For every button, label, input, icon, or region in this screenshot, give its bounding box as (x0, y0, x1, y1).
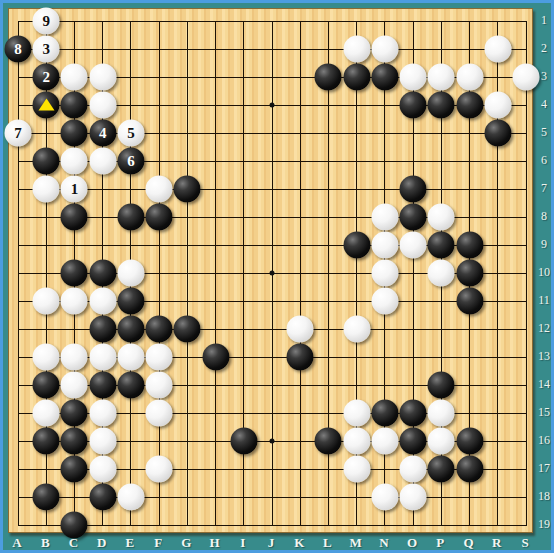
go-client-window: 983274561 ABCDEFGHIJKLMNOPQRS 1234567891… (0, 0, 554, 553)
move-number-label: 3 (42, 42, 50, 57)
black-stone-D12[interactable] (89, 316, 116, 343)
white-stone-B13[interactable] (33, 344, 60, 371)
black-stone-C15[interactable] (61, 400, 88, 427)
black-stone-N3[interactable] (371, 64, 398, 91)
black-stone-E14[interactable] (117, 372, 144, 399)
row-label-14: 14 (538, 378, 550, 390)
column-label-S: S (521, 536, 528, 549)
white-stone-N9[interactable] (371, 232, 398, 259)
black-stone-E12[interactable] (117, 316, 144, 343)
black-stone-G7[interactable] (174, 176, 201, 203)
row-label-13: 13 (538, 350, 550, 362)
white-stone-C3[interactable] (61, 64, 88, 91)
column-label-F: F (154, 536, 162, 549)
white-stone-F7[interactable] (146, 176, 173, 203)
row-label-3: 3 (541, 70, 547, 82)
black-stone-M9[interactable] (343, 232, 370, 259)
white-stone-D3[interactable] (89, 64, 116, 91)
column-label-M: M (350, 536, 362, 549)
grid-vertical-line (215, 21, 216, 526)
black-stone-F12[interactable] (146, 316, 173, 343)
white-stone-R4[interactable] (484, 92, 511, 119)
row-label-7: 7 (541, 182, 547, 194)
grid-vertical-line (187, 21, 188, 526)
move-number-label: 8 (14, 42, 22, 57)
column-label-B: B (41, 536, 50, 549)
black-stone-E11[interactable] (117, 288, 144, 315)
column-label-D: D (97, 536, 106, 549)
black-stone-C16[interactable] (61, 428, 88, 455)
white-stone-M16[interactable] (343, 428, 370, 455)
white-stone-A5[interactable]: 7 (5, 120, 32, 147)
white-stone-N16[interactable] (371, 428, 398, 455)
star-point (270, 271, 275, 276)
goban[interactable]: 983274561 (8, 8, 533, 533)
row-label-17: 17 (538, 462, 550, 474)
row-label-16: 16 (538, 434, 550, 446)
white-stone-D13[interactable] (89, 344, 116, 371)
white-stone-O17[interactable] (400, 456, 427, 483)
column-label-J: J (268, 536, 275, 549)
grid-vertical-line (159, 21, 160, 526)
white-stone-P16[interactable] (428, 428, 455, 455)
white-stone-C6[interactable] (61, 148, 88, 175)
white-stone-F17[interactable] (146, 456, 173, 483)
white-stone-C13[interactable] (61, 344, 88, 371)
black-stone-D5[interactable]: 4 (89, 120, 116, 147)
black-stone-O4[interactable] (400, 92, 427, 119)
white-stone-K12[interactable] (287, 316, 314, 343)
white-stone-S3[interactable] (513, 64, 540, 91)
black-stone-C4[interactable] (61, 92, 88, 119)
row-label-15: 15 (538, 406, 550, 418)
black-stone-R5[interactable] (484, 120, 511, 147)
black-stone-B3[interactable]: 2 (33, 64, 60, 91)
row-label-10: 10 (538, 266, 550, 278)
grid-vertical-line (300, 21, 301, 526)
row-label-2: 2 (541, 42, 547, 54)
row-label-11: 11 (538, 294, 550, 306)
black-stone-P17[interactable] (428, 456, 455, 483)
white-stone-D17[interactable] (89, 456, 116, 483)
black-stone-P9[interactable] (428, 232, 455, 259)
white-stone-M17[interactable] (343, 456, 370, 483)
white-stone-B2[interactable]: 3 (33, 36, 60, 63)
black-stone-Q9[interactable] (456, 232, 483, 259)
move-number-label: 7 (14, 126, 22, 141)
grid-vertical-line (526, 21, 527, 526)
move-number-label: 4 (99, 126, 107, 141)
white-stone-M12[interactable] (343, 316, 370, 343)
black-stone-C8[interactable] (61, 204, 88, 231)
white-stone-C11[interactable] (61, 288, 88, 315)
white-stone-E5[interactable]: 5 (117, 120, 144, 147)
black-stone-B4[interactable] (33, 92, 60, 119)
black-stone-Q17[interactable] (456, 456, 483, 483)
row-label-19: 19 (538, 518, 550, 530)
row-label-5: 5 (541, 126, 547, 138)
black-stone-Q11[interactable] (456, 288, 483, 315)
white-stone-N8[interactable] (371, 204, 398, 231)
column-label-G: G (181, 536, 191, 549)
white-stone-E10[interactable] (117, 260, 144, 287)
column-label-Q: Q (463, 536, 473, 549)
white-stone-N10[interactable] (371, 260, 398, 287)
black-stone-I16[interactable] (230, 428, 257, 455)
white-stone-P15[interactable] (428, 400, 455, 427)
white-stone-B15[interactable] (33, 400, 60, 427)
move-number-label: 2 (42, 70, 50, 85)
row-label-18: 18 (538, 490, 550, 502)
move-number-label: 6 (127, 154, 135, 169)
black-stone-H13[interactable] (202, 344, 229, 371)
white-stone-E18[interactable] (117, 484, 144, 511)
grid-horizontal-line (18, 525, 527, 526)
column-label-H: H (209, 536, 219, 549)
column-label-N: N (379, 536, 388, 549)
grid-horizontal-line (18, 21, 527, 22)
grid-vertical-line (18, 21, 19, 526)
white-stone-D15[interactable] (89, 400, 116, 427)
grid-horizontal-line (18, 189, 527, 190)
star-point (270, 103, 275, 108)
black-stone-Q16[interactable] (456, 428, 483, 455)
black-stone-C10[interactable] (61, 260, 88, 287)
black-stone-Q10[interactable] (456, 260, 483, 287)
white-stone-B1[interactable]: 9 (33, 8, 60, 35)
move-number-label: 9 (42, 14, 50, 29)
white-stone-M15[interactable] (343, 400, 370, 427)
white-stone-E13[interactable] (117, 344, 144, 371)
black-stone-B18[interactable] (33, 484, 60, 511)
black-stone-D14[interactable] (89, 372, 116, 399)
triangle-marker-icon (38, 98, 54, 110)
row-label-4: 4 (541, 98, 547, 110)
black-stone-B6[interactable] (33, 148, 60, 175)
black-stone-F8[interactable] (146, 204, 173, 231)
white-stone-B7[interactable] (33, 176, 60, 203)
black-stone-N15[interactable] (371, 400, 398, 427)
white-stone-D16[interactable] (89, 428, 116, 455)
white-stone-D4[interactable] (89, 92, 116, 119)
black-stone-D10[interactable] (89, 260, 116, 287)
black-stone-B16[interactable] (33, 428, 60, 455)
black-stone-P4[interactable] (428, 92, 455, 119)
black-stone-Q4[interactable] (456, 92, 483, 119)
white-stone-C14[interactable] (61, 372, 88, 399)
white-stone-O9[interactable] (400, 232, 427, 259)
column-label-C: C (69, 536, 78, 549)
column-label-A: A (12, 536, 21, 549)
column-label-K: K (294, 536, 304, 549)
black-stone-O8[interactable] (400, 204, 427, 231)
white-stone-C7[interactable]: 1 (61, 176, 88, 203)
black-stone-E8[interactable] (117, 204, 144, 231)
black-stone-L3[interactable] (315, 64, 342, 91)
white-stone-R2[interactable] (484, 36, 511, 63)
star-point (270, 439, 275, 444)
black-stone-O7[interactable] (400, 176, 427, 203)
row-label-8: 8 (541, 210, 547, 222)
black-stone-A2[interactable]: 8 (5, 36, 32, 63)
row-label-12: 12 (538, 322, 550, 334)
white-stone-P8[interactable] (428, 204, 455, 231)
white-stone-P10[interactable] (428, 260, 455, 287)
black-stone-C17[interactable] (61, 456, 88, 483)
black-stone-C5[interactable] (61, 120, 88, 147)
column-label-I: I (240, 536, 245, 549)
black-stone-B14[interactable] (33, 372, 60, 399)
black-stone-L16[interactable] (315, 428, 342, 455)
move-number-label: 5 (127, 126, 135, 141)
row-label-6: 6 (541, 154, 547, 166)
white-stone-P3[interactable] (428, 64, 455, 91)
black-stone-E6[interactable]: 6 (117, 148, 144, 175)
black-stone-M3[interactable] (343, 64, 370, 91)
white-stone-N11[interactable] (371, 288, 398, 315)
white-stone-F14[interactable] (146, 372, 173, 399)
column-label-R: R (492, 536, 501, 549)
column-label-P: P (436, 536, 444, 549)
black-stone-K13[interactable] (287, 344, 314, 371)
white-stone-D11[interactable] (89, 288, 116, 315)
column-label-E: E (126, 536, 135, 549)
white-stone-D6[interactable] (89, 148, 116, 175)
black-stone-O15[interactable] (400, 400, 427, 427)
white-stone-N18[interactable] (371, 484, 398, 511)
row-label-9: 9 (541, 238, 547, 250)
column-label-L: L (323, 536, 332, 549)
black-stone-P14[interactable] (428, 372, 455, 399)
white-stone-O18[interactable] (400, 484, 427, 511)
white-stone-O3[interactable] (400, 64, 427, 91)
black-stone-G12[interactable] (174, 316, 201, 343)
move-number-label: 1 (71, 182, 79, 197)
column-label-O: O (407, 536, 417, 549)
row-label-1: 1 (541, 14, 547, 26)
white-stone-B11[interactable] (33, 288, 60, 315)
black-stone-O16[interactable] (400, 428, 427, 455)
grid-horizontal-line (18, 49, 527, 50)
white-stone-F15[interactable] (146, 400, 173, 427)
white-stone-F13[interactable] (146, 344, 173, 371)
white-stone-M2[interactable] (343, 36, 370, 63)
black-stone-D18[interactable] (89, 484, 116, 511)
white-stone-Q3[interactable] (456, 64, 483, 91)
white-stone-N2[interactable] (371, 36, 398, 63)
